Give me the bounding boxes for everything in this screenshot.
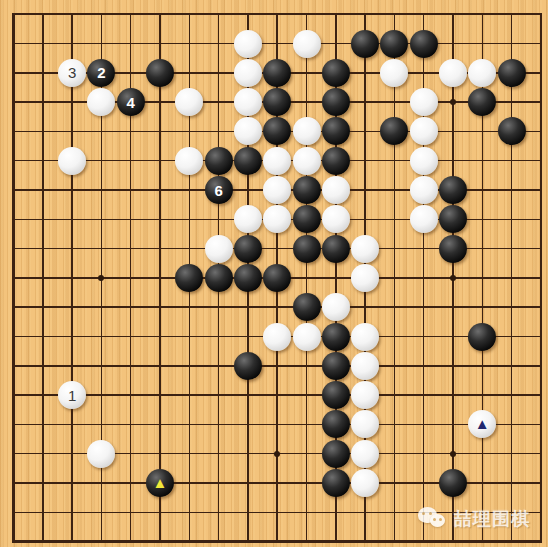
white-stone bbox=[322, 293, 350, 321]
black-stone bbox=[293, 293, 321, 321]
white-stone bbox=[351, 440, 379, 468]
white-stone bbox=[263, 323, 291, 351]
black-stone bbox=[322, 440, 350, 468]
white-stone bbox=[351, 410, 379, 438]
grid-line-vertical bbox=[306, 13, 308, 543]
grid-line-vertical bbox=[511, 13, 513, 543]
star-point bbox=[274, 451, 280, 457]
black-stone bbox=[322, 117, 350, 145]
white-stone bbox=[234, 117, 262, 145]
black-stone bbox=[263, 264, 291, 292]
move-number-label: 4 bbox=[127, 95, 135, 110]
black-stone: 2 bbox=[87, 59, 115, 87]
grid-line-horizontal bbox=[12, 394, 542, 396]
triangle-marker: ▲ bbox=[153, 475, 168, 490]
black-stone bbox=[263, 117, 291, 145]
black-stone bbox=[410, 30, 438, 58]
white-stone bbox=[205, 235, 233, 263]
grid-line-horizontal bbox=[12, 424, 542, 426]
white-stone bbox=[380, 59, 408, 87]
black-stone bbox=[322, 235, 350, 263]
white-stone bbox=[351, 235, 379, 263]
black-stone bbox=[234, 264, 262, 292]
black-stone bbox=[322, 147, 350, 175]
black-stone bbox=[322, 59, 350, 87]
black-stone: 4 bbox=[117, 88, 145, 116]
white-stone bbox=[351, 352, 379, 380]
white-stone bbox=[293, 147, 321, 175]
white-stone bbox=[351, 264, 379, 292]
black-stone bbox=[293, 205, 321, 233]
white-stone bbox=[87, 440, 115, 468]
white-stone bbox=[234, 30, 262, 58]
white-stone bbox=[175, 147, 203, 175]
star-point bbox=[98, 275, 104, 281]
white-stone bbox=[410, 176, 438, 204]
chat-bubble-small bbox=[430, 514, 445, 527]
black-stone bbox=[322, 323, 350, 351]
go-diagram: 32461▲▲ 喆理围棋 bbox=[0, 0, 548, 547]
white-stone bbox=[234, 88, 262, 116]
black-stone bbox=[351, 30, 379, 58]
star-point bbox=[450, 275, 456, 281]
black-stone bbox=[468, 88, 496, 116]
black-stone bbox=[322, 381, 350, 409]
black-stone: 6 bbox=[205, 176, 233, 204]
grid-line-horizontal bbox=[12, 306, 542, 308]
black-stone bbox=[468, 323, 496, 351]
black-stone bbox=[380, 30, 408, 58]
black-stone bbox=[380, 117, 408, 145]
move-number-label: 1 bbox=[68, 388, 76, 403]
black-stone bbox=[322, 410, 350, 438]
black-stone bbox=[205, 264, 233, 292]
black-stone bbox=[322, 352, 350, 380]
go-board[interactable]: 32461▲▲ bbox=[0, 0, 548, 547]
black-stone bbox=[263, 88, 291, 116]
grid-line-vertical bbox=[394, 13, 396, 543]
white-stone bbox=[293, 117, 321, 145]
white-stone: 1 bbox=[58, 381, 86, 409]
move-number-label: 2 bbox=[97, 65, 105, 80]
black-stone bbox=[439, 176, 467, 204]
white-stone bbox=[468, 59, 496, 87]
black-stone bbox=[498, 117, 526, 145]
white-stone bbox=[87, 88, 115, 116]
black-stone: ▲ bbox=[146, 469, 174, 497]
star-point bbox=[450, 451, 456, 457]
white-stone bbox=[263, 176, 291, 204]
white-stone bbox=[410, 117, 438, 145]
white-stone bbox=[351, 381, 379, 409]
triangle-marker: ▲ bbox=[475, 416, 490, 431]
move-number-label: 3 bbox=[68, 65, 76, 80]
black-stone bbox=[439, 235, 467, 263]
black-stone bbox=[498, 59, 526, 87]
star-point bbox=[450, 99, 456, 105]
white-stone bbox=[293, 323, 321, 351]
black-stone bbox=[439, 205, 467, 233]
white-stone bbox=[410, 147, 438, 175]
white-stone bbox=[234, 205, 262, 233]
white-stone bbox=[410, 88, 438, 116]
white-stone bbox=[439, 59, 467, 87]
black-stone bbox=[234, 147, 262, 175]
watermark: 喆理围棋 bbox=[416, 501, 546, 537]
black-stone bbox=[175, 264, 203, 292]
black-stone bbox=[293, 235, 321, 263]
black-stone bbox=[322, 88, 350, 116]
black-stone bbox=[322, 469, 350, 497]
white-stone bbox=[293, 30, 321, 58]
wechat-icon bbox=[416, 504, 450, 534]
black-stone bbox=[234, 352, 262, 380]
black-stone bbox=[439, 469, 467, 497]
black-stone bbox=[234, 235, 262, 263]
white-stone bbox=[58, 147, 86, 175]
white-stone bbox=[351, 469, 379, 497]
black-stone bbox=[205, 147, 233, 175]
black-stone bbox=[146, 59, 174, 87]
grid-line-vertical bbox=[540, 13, 542, 543]
white-stone bbox=[322, 205, 350, 233]
white-stone bbox=[351, 323, 379, 351]
white-stone bbox=[322, 176, 350, 204]
white-stone bbox=[410, 205, 438, 233]
grid-line-horizontal bbox=[12, 365, 542, 367]
white-stone: 3 bbox=[58, 59, 86, 87]
black-stone bbox=[263, 59, 291, 87]
grid-line-horizontal bbox=[12, 540, 542, 542]
black-stone bbox=[293, 176, 321, 204]
watermark-text: 喆理围棋 bbox=[454, 507, 530, 531]
white-stone bbox=[263, 147, 291, 175]
white-stone bbox=[234, 59, 262, 87]
move-number-label: 6 bbox=[214, 183, 222, 198]
white-stone bbox=[175, 88, 203, 116]
white-stone bbox=[263, 205, 291, 233]
white-stone: ▲ bbox=[468, 410, 496, 438]
